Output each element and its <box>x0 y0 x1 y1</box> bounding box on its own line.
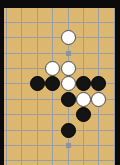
intersection[interactable] <box>4 61 14 76</box>
intersection[interactable] <box>30 30 45 45</box>
intersection[interactable] <box>30 76 45 91</box>
intersection[interactable] <box>91 107 106 122</box>
intersection[interactable] <box>45 138 60 153</box>
intersection[interactable] <box>107 61 115 76</box>
white-stone <box>45 61 60 76</box>
intersection[interactable] <box>107 92 115 107</box>
intersection[interactable] <box>60 8 75 15</box>
intersection[interactable] <box>14 107 29 122</box>
intersection[interactable] <box>45 61 60 76</box>
intersection[interactable] <box>14 8 29 15</box>
black-stone <box>76 76 91 91</box>
intersection[interactable] <box>45 30 60 45</box>
intersection[interactable] <box>107 107 115 122</box>
intersection[interactable] <box>107 122 115 137</box>
intersection[interactable] <box>91 153 106 165</box>
intersection[interactable] <box>60 61 75 76</box>
intersection[interactable] <box>4 138 14 153</box>
intersection[interactable] <box>45 153 60 165</box>
intersection[interactable] <box>45 122 60 137</box>
intersection[interactable] <box>14 138 29 153</box>
black-stone <box>61 92 76 107</box>
black-stone <box>30 76 45 91</box>
intersection[interactable] <box>4 107 14 122</box>
intersection[interactable] <box>91 76 106 91</box>
go-board-screenshot <box>0 0 120 165</box>
board-frame-left <box>0 0 4 165</box>
intersection[interactable] <box>76 138 91 153</box>
intersection[interactable] <box>60 30 75 45</box>
intersection[interactable] <box>4 15 14 30</box>
intersection[interactable] <box>91 138 106 153</box>
white-stone <box>61 30 76 45</box>
intersection[interactable] <box>14 92 29 107</box>
intersection[interactable] <box>76 153 91 165</box>
intersection[interactable] <box>76 15 91 30</box>
intersection[interactable] <box>14 45 29 60</box>
intersection[interactable] <box>14 30 29 45</box>
intersection[interactable] <box>30 153 45 165</box>
intersection[interactable] <box>14 76 29 91</box>
intersection[interactable] <box>91 45 106 60</box>
intersection[interactable] <box>107 30 115 45</box>
intersection[interactable] <box>107 8 115 15</box>
intersection[interactable] <box>14 122 29 137</box>
intersection[interactable] <box>4 122 14 137</box>
intersection[interactable] <box>30 45 45 60</box>
intersection[interactable] <box>60 45 75 60</box>
intersection[interactable] <box>60 138 75 153</box>
star-point <box>66 143 71 148</box>
intersection[interactable] <box>4 8 14 15</box>
intersection[interactable] <box>60 92 75 107</box>
intersection[interactable] <box>76 30 91 45</box>
intersection[interactable] <box>14 153 29 165</box>
intersection[interactable] <box>4 153 14 165</box>
intersection[interactable] <box>30 15 45 30</box>
intersection[interactable] <box>45 45 60 60</box>
intersection[interactable] <box>76 61 91 76</box>
intersection[interactable] <box>60 122 75 137</box>
intersection[interactable] <box>76 122 91 137</box>
black-stone <box>91 76 106 91</box>
board-grid <box>4 8 115 165</box>
intersection[interactable] <box>14 15 29 30</box>
intersection[interactable] <box>30 8 45 15</box>
board-frame-right <box>115 0 120 165</box>
intersection[interactable] <box>60 153 75 165</box>
intersection[interactable] <box>91 15 106 30</box>
intersection[interactable] <box>4 76 14 91</box>
intersection[interactable] <box>4 92 14 107</box>
intersection[interactable] <box>45 92 60 107</box>
intersection[interactable] <box>30 138 45 153</box>
intersection[interactable] <box>4 45 14 60</box>
intersection[interactable] <box>4 30 14 45</box>
white-stone <box>91 92 106 107</box>
intersection[interactable] <box>45 15 60 30</box>
intersection[interactable] <box>91 122 106 137</box>
intersection[interactable] <box>14 61 29 76</box>
intersection[interactable] <box>45 8 60 15</box>
intersection[interactable] <box>30 107 45 122</box>
intersection[interactable] <box>45 107 60 122</box>
intersection[interactable] <box>30 61 45 76</box>
intersection[interactable] <box>107 15 115 30</box>
intersection[interactable] <box>91 8 106 15</box>
intersection[interactable] <box>76 76 91 91</box>
white-stone <box>61 61 76 76</box>
black-stone <box>61 123 76 138</box>
black-stone <box>76 107 91 122</box>
star-point <box>66 51 71 56</box>
intersection[interactable] <box>76 8 91 15</box>
white-stone <box>76 92 91 107</box>
intersection[interactable] <box>60 15 75 30</box>
board-frame-top <box>0 0 120 8</box>
intersection[interactable] <box>91 92 106 107</box>
intersection[interactable] <box>30 92 45 107</box>
intersection[interactable] <box>107 153 115 165</box>
intersection[interactable] <box>76 45 91 60</box>
intersection[interactable] <box>30 122 45 137</box>
white-stone <box>61 76 76 91</box>
black-stone <box>45 76 60 91</box>
intersection[interactable] <box>60 107 75 122</box>
intersection[interactable] <box>91 30 106 45</box>
intersection[interactable] <box>76 92 91 107</box>
intersection[interactable] <box>45 76 60 91</box>
intersection[interactable] <box>91 61 106 76</box>
intersection[interactable] <box>107 45 115 60</box>
intersection[interactable] <box>107 76 115 91</box>
go-board <box>4 8 115 165</box>
intersection[interactable] <box>60 76 75 91</box>
intersection[interactable] <box>107 138 115 153</box>
intersection[interactable] <box>76 107 91 122</box>
